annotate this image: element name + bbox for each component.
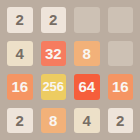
tile-r2c3: 8 [74,41,100,67]
tile-r4c2: 8 [41,108,67,134]
tile-r1c1: 2 [7,7,33,33]
tile-r2c1: 4 [7,41,33,67]
tile-r3c1: 16 [7,74,33,100]
tile-r3c4: 16 [108,74,134,100]
tile-r4c3: 4 [74,108,100,134]
tile-r3c2: 256 [41,74,67,100]
tile-r4c4: 2 [108,108,134,134]
tile-r2c4 [108,41,134,67]
tile-r4c1: 2 [7,108,33,134]
2048-board[interactable]: 2 2 4 32 8 16 256 64 16 2 8 4 2 [0,0,140,140]
tile-r2c2: 32 [41,41,67,67]
tile-r1c2: 2 [41,7,67,33]
tile-r1c4 [108,7,134,33]
tile-r3c3: 64 [74,74,100,100]
tile-r1c3 [74,7,100,33]
